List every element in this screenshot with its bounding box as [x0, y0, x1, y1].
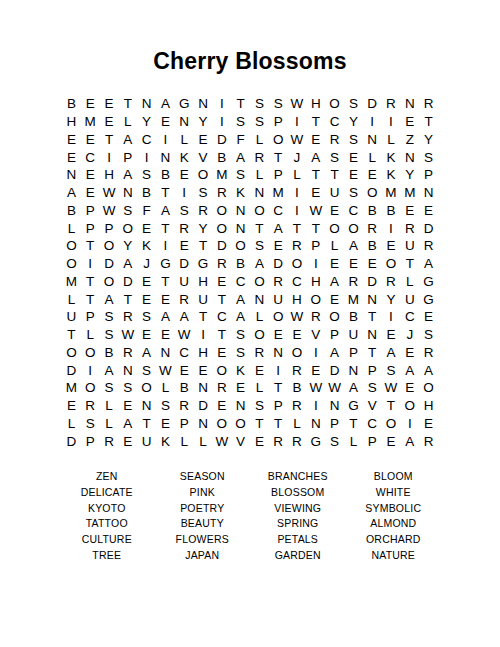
grid-cell[interactable]: D [325, 361, 344, 379]
grid-cell[interactable]: C [344, 202, 363, 220]
grid-cell[interactable]: B [100, 344, 119, 362]
grid-cell[interactable]: R [382, 95, 401, 113]
grid-cell[interactable]: L [363, 148, 382, 166]
grid-cell[interactable]: L [156, 379, 175, 397]
grid-cell[interactable]: P [269, 166, 288, 184]
grid-cell[interactable]: A [100, 361, 119, 379]
grid-cell[interactable]: L [175, 432, 194, 450]
word-list-item[interactable]: PETALS [250, 532, 346, 548]
grid-cell[interactable]: O [62, 237, 81, 255]
grid-cell[interactable]: O [212, 415, 231, 433]
grid-cell[interactable]: E [137, 273, 156, 291]
grid-cell[interactable]: O [100, 237, 119, 255]
grid-cell[interactable]: N [231, 219, 250, 237]
grid-cell[interactable]: T [156, 273, 175, 291]
grid-cell[interactable]: L [81, 326, 100, 344]
grid-cell[interactable]: T [363, 344, 382, 362]
grid-cell[interactable]: O [100, 273, 119, 291]
word-list-item[interactable]: BLOOM [346, 469, 442, 485]
grid-cell[interactable]: L [62, 290, 81, 308]
grid-cell[interactable]: U [269, 290, 288, 308]
grid-cell[interactable]: N [306, 415, 325, 433]
grid-cell[interactable]: O [344, 219, 363, 237]
grid-cell[interactable]: T [325, 166, 344, 184]
grid-cell[interactable]: E [400, 202, 419, 220]
grid-cell[interactable]: T [194, 308, 213, 326]
grid-cell[interactable]: R [288, 397, 307, 415]
grid-cell[interactable]: B [382, 202, 401, 220]
grid-cell[interactable]: E [419, 415, 438, 433]
grid-cell[interactable]: M [62, 273, 81, 291]
grid-cell[interactable]: W [382, 379, 401, 397]
grid-cell[interactable]: T [118, 290, 137, 308]
grid-cell[interactable]: Z [400, 131, 419, 149]
word-list-item[interactable]: DELICATE [59, 485, 155, 501]
grid-cell[interactable]: E [137, 326, 156, 344]
word-list-item[interactable]: POETRY [155, 501, 251, 517]
grid-cell[interactable]: R [81, 397, 100, 415]
grid-cell[interactable]: S [325, 432, 344, 450]
grid-cell[interactable]: S [100, 326, 119, 344]
grid-cell[interactable]: A [419, 361, 438, 379]
grid-cell[interactable]: S [194, 184, 213, 202]
grid-cell[interactable]: O [419, 379, 438, 397]
word-list-item[interactable]: BEAUTY [155, 516, 251, 532]
grid-cell[interactable]: P [118, 148, 137, 166]
grid-cell[interactable]: N [400, 148, 419, 166]
grid-cell[interactable]: R [269, 432, 288, 450]
grid-cell[interactable]: E [306, 184, 325, 202]
grid-cell[interactable]: U [400, 237, 419, 255]
grid-cell[interactable]: E [306, 131, 325, 149]
grid-cell[interactable]: O [62, 255, 81, 273]
grid-cell[interactable]: P [325, 415, 344, 433]
grid-cell[interactable]: R [419, 344, 438, 362]
grid-cell[interactable]: N [194, 95, 213, 113]
grid-cell[interactable]: E [344, 166, 363, 184]
grid-cell[interactable]: W [100, 202, 119, 220]
grid-cell[interactable]: T [306, 219, 325, 237]
grid-cell[interactable]: O [212, 219, 231, 237]
grid-cell[interactable]: D [419, 219, 438, 237]
grid-cell[interactable]: N [325, 397, 344, 415]
grid-cell[interactable]: L [400, 273, 419, 291]
grid-cell[interactable]: E [250, 432, 269, 450]
grid-cell[interactable]: W [100, 184, 119, 202]
grid-cell[interactable]: A [156, 95, 175, 113]
grid-cell[interactable]: E [81, 184, 100, 202]
grid-cell[interactable]: R [194, 202, 213, 220]
grid-cell[interactable]: C [137, 131, 156, 149]
grid-cell[interactable]: G [419, 273, 438, 291]
grid-cell[interactable]: O [194, 166, 213, 184]
grid-cell[interactable]: A [118, 131, 137, 149]
grid-cell[interactable]: U [175, 273, 194, 291]
grid-cell[interactable]: G [419, 290, 438, 308]
grid-cell[interactable]: D [62, 432, 81, 450]
grid-cell[interactable]: O [382, 415, 401, 433]
grid-cell[interactable]: U [194, 290, 213, 308]
grid-cell[interactable]: E [156, 326, 175, 344]
grid-cell[interactable]: R [175, 397, 194, 415]
grid-cell[interactable]: N [156, 148, 175, 166]
word-list-item[interactable]: BRANCHES [250, 469, 346, 485]
grid-cell[interactable]: N [363, 131, 382, 149]
grid-cell[interactable]: A [269, 219, 288, 237]
grid-cell[interactable]: M [62, 379, 81, 397]
grid-cell[interactable]: Y [137, 113, 156, 131]
grid-cell[interactable]: C [175, 344, 194, 362]
grid-cell[interactable]: T [382, 397, 401, 415]
grid-cell[interactable]: I [81, 255, 100, 273]
grid-cell[interactable]: H [288, 290, 307, 308]
grid-cell[interactable]: R [175, 219, 194, 237]
grid-cell[interactable]: N [62, 166, 81, 184]
grid-cell[interactable]: A [137, 344, 156, 362]
grid-cell[interactable]: R [363, 219, 382, 237]
grid-cell[interactable]: T [118, 95, 137, 113]
grid-cell[interactable]: Y [400, 166, 419, 184]
word-list-item[interactable]: KYOTO [59, 501, 155, 517]
grid-cell[interactable]: P [269, 113, 288, 131]
grid-cell[interactable]: N [231, 202, 250, 220]
grid-cell[interactable]: W [212, 432, 231, 450]
grid-cell[interactable]: R [250, 148, 269, 166]
grid-cell[interactable]: W [288, 308, 307, 326]
grid-cell[interactable]: T [269, 379, 288, 397]
grid-cell[interactable]: E [344, 255, 363, 273]
grid-cell[interactable]: O [269, 308, 288, 326]
word-list-item[interactable]: TATTOO [59, 516, 155, 532]
grid-cell[interactable]: W [306, 379, 325, 397]
grid-cell[interactable]: M [382, 184, 401, 202]
grid-cell[interactable]: E [81, 95, 100, 113]
grid-cell[interactable]: E [118, 397, 137, 415]
grid-cell[interactable]: A [250, 255, 269, 273]
grid-cell[interactable]: T [344, 415, 363, 433]
grid-cell[interactable]: D [363, 95, 382, 113]
grid-cell[interactable]: R [400, 219, 419, 237]
grid-cell[interactable]: T [137, 415, 156, 433]
grid-cell[interactable]: H [194, 273, 213, 291]
grid-cell[interactable]: V [194, 148, 213, 166]
grid-cell[interactable]: A [118, 255, 137, 273]
grid-cell[interactable]: B [62, 95, 81, 113]
grid-cell[interactable]: S [250, 397, 269, 415]
grid-cell[interactable]: S [250, 113, 269, 131]
grid-cell[interactable]: R [100, 432, 119, 450]
word-list-item[interactable]: GARDEN [250, 548, 346, 564]
grid-cell[interactable]: E [81, 166, 100, 184]
word-list-item[interactable]: NATURE [346, 548, 442, 564]
grid-cell[interactable]: E [156, 290, 175, 308]
grid-cell[interactable]: W [118, 326, 137, 344]
grid-cell[interactable]: A [175, 308, 194, 326]
grid-cell[interactable]: E [325, 290, 344, 308]
grid-cell[interactable]: P [344, 344, 363, 362]
grid-cell[interactable]: R [288, 361, 307, 379]
grid-cell[interactable]: I [137, 148, 156, 166]
grid-cell[interactable]: E [137, 290, 156, 308]
grid-cell[interactable]: E [62, 397, 81, 415]
grid-cell[interactable]: A [156, 308, 175, 326]
grid-cell[interactable]: I [194, 326, 213, 344]
grid-cell[interactable]: T [306, 166, 325, 184]
grid-cell[interactable]: O [288, 344, 307, 362]
grid-cell[interactable]: O [212, 361, 231, 379]
grid-cell[interactable]: D [100, 255, 119, 273]
grid-cell[interactable]: N [137, 397, 156, 415]
grid-cell[interactable]: T [81, 273, 100, 291]
word-list-item[interactable]: ALMOND [346, 516, 442, 532]
grid-cell[interactable]: E [382, 432, 401, 450]
word-list-item[interactable]: BLOSSOM [250, 485, 346, 501]
grid-cell[interactable]: Y [344, 113, 363, 131]
grid-cell[interactable]: A [231, 308, 250, 326]
grid-cell[interactable]: S [419, 326, 438, 344]
grid-cell[interactable]: C [363, 415, 382, 433]
grid-cell[interactable]: I [400, 415, 419, 433]
grid-cell[interactable]: N [137, 95, 156, 113]
grid-cell[interactable]: O [118, 219, 137, 237]
grid-cell[interactable]: V [363, 397, 382, 415]
grid-cell[interactable]: U [400, 290, 419, 308]
grid-cell[interactable]: N [194, 415, 213, 433]
grid-cell[interactable]: N [269, 344, 288, 362]
grid-cell[interactable]: E [194, 131, 213, 149]
grid-cell[interactable]: K [382, 148, 401, 166]
grid-cell[interactable]: P [363, 361, 382, 379]
grid-cell[interactable]: T [269, 415, 288, 433]
grid-cell[interactable]: O [269, 131, 288, 149]
grid-cell[interactable]: O [325, 219, 344, 237]
grid-cell[interactable]: I [288, 113, 307, 131]
grid-cell[interactable]: B [137, 184, 156, 202]
grid-cell[interactable]: S [118, 379, 137, 397]
grid-cell[interactable]: L [62, 219, 81, 237]
grid-cell[interactable]: L [250, 131, 269, 149]
grid-cell[interactable]: D [118, 273, 137, 291]
grid-cell[interactable]: E [62, 148, 81, 166]
grid-cell[interactable]: W [288, 95, 307, 113]
grid-cell[interactable]: D [212, 131, 231, 149]
grid-cell[interactable]: O [81, 344, 100, 362]
grid-cell[interactable]: O [250, 273, 269, 291]
grid-cell[interactable]: I [212, 113, 231, 131]
grid-cell[interactable]: I [382, 219, 401, 237]
grid-cell[interactable]: N [156, 344, 175, 362]
grid-cell[interactable]: P [175, 415, 194, 433]
grid-cell[interactable]: L [344, 432, 363, 450]
grid-cell[interactable]: U [62, 308, 81, 326]
grid-cell[interactable]: A [306, 148, 325, 166]
grid-cell[interactable]: D [212, 237, 231, 255]
grid-cell[interactable]: E [250, 361, 269, 379]
grid-cell[interactable]: G [156, 255, 175, 273]
grid-cell[interactable]: O [81, 379, 100, 397]
grid-cell[interactable]: P [81, 202, 100, 220]
grid-cell[interactable]: S [100, 308, 119, 326]
grid-cell[interactable]: H [306, 95, 325, 113]
grid-cell[interactable]: A [231, 290, 250, 308]
grid-cell[interactable]: V [306, 326, 325, 344]
grid-cell[interactable]: E [62, 131, 81, 149]
grid-cell[interactable]: L [288, 166, 307, 184]
grid-cell[interactable]: B [212, 148, 231, 166]
grid-cell[interactable]: E [400, 379, 419, 397]
grid-cell[interactable]: U [344, 326, 363, 344]
grid-cell[interactable]: E [288, 326, 307, 344]
grid-cell[interactable]: E [137, 219, 156, 237]
grid-cell[interactable]: T [419, 113, 438, 131]
grid-cell[interactable]: P [100, 219, 119, 237]
grid-cell[interactable]: I [212, 95, 231, 113]
grid-cell[interactable]: W [306, 202, 325, 220]
grid-cell[interactable]: R [118, 344, 137, 362]
grid-cell[interactable]: R [212, 255, 231, 273]
grid-cell[interactable]: N [400, 95, 419, 113]
grid-cell[interactable]: C [231, 273, 250, 291]
grid-cell[interactable]: S [231, 344, 250, 362]
grid-cell[interactable]: E [400, 344, 419, 362]
grid-cell[interactable]: L [100, 415, 119, 433]
grid-cell[interactable]: B [363, 237, 382, 255]
grid-cell[interactable]: I [175, 184, 194, 202]
grid-cell[interactable]: L [100, 397, 119, 415]
grid-cell[interactable]: Y [194, 113, 213, 131]
grid-cell[interactable]: T [231, 95, 250, 113]
grid-cell[interactable]: I [156, 131, 175, 149]
grid-cell[interactable]: O [212, 202, 231, 220]
grid-cell[interactable]: N [363, 326, 382, 344]
grid-cell[interactable]: O [363, 184, 382, 202]
grid-cell[interactable]: B [175, 379, 194, 397]
grid-cell[interactable]: R [288, 432, 307, 450]
grid-cell[interactable]: S [382, 361, 401, 379]
word-list-item[interactable]: WHITE [346, 485, 442, 501]
grid-cell[interactable]: T [400, 255, 419, 273]
grid-cell[interactable]: N [250, 184, 269, 202]
grid-cell[interactable]: S [344, 131, 363, 149]
grid-cell[interactable]: N [344, 361, 363, 379]
grid-cell[interactable]: E [382, 237, 401, 255]
grid-cell[interactable]: N [419, 184, 438, 202]
grid-cell[interactable]: E [100, 113, 119, 131]
grid-cell[interactable]: L [288, 415, 307, 433]
grid-cell[interactable]: E [269, 326, 288, 344]
grid-cell[interactable]: R [212, 379, 231, 397]
grid-cell[interactable]: I [306, 397, 325, 415]
grid-cell[interactable]: T [250, 415, 269, 433]
grid-cell[interactable]: K [156, 432, 175, 450]
grid-cell[interactable]: I [81, 361, 100, 379]
grid-cell[interactable]: E [194, 361, 213, 379]
grid-cell[interactable]: I [306, 255, 325, 273]
grid-cell[interactable]: E [363, 255, 382, 273]
grid-cell[interactable]: K [231, 184, 250, 202]
grid-cell[interactable]: D [175, 255, 194, 273]
grid-cell[interactable]: R [118, 308, 137, 326]
grid-cell[interactable]: O [250, 326, 269, 344]
word-list-item[interactable]: SYMBOLIC [346, 501, 442, 517]
grid-cell[interactable]: O [231, 237, 250, 255]
grid-cell[interactable]: L [250, 379, 269, 397]
grid-cell[interactable]: D [269, 255, 288, 273]
grid-cell[interactable]: S [250, 237, 269, 255]
grid-cell[interactable]: R [288, 237, 307, 255]
grid-cell[interactable]: R [382, 273, 401, 291]
grid-cell[interactable]: E [269, 237, 288, 255]
grid-cell[interactable]: C [81, 148, 100, 166]
grid-cell[interactable]: C [325, 113, 344, 131]
grid-cell[interactable]: F [231, 131, 250, 149]
grid-cell[interactable]: T [81, 237, 100, 255]
grid-cell[interactable]: K [137, 237, 156, 255]
grid-cell[interactable]: S [137, 166, 156, 184]
grid-cell[interactable]: A [62, 184, 81, 202]
grid-cell[interactable]: P [363, 432, 382, 450]
grid-cell[interactable]: S [269, 95, 288, 113]
grid-cell[interactable]: P [306, 237, 325, 255]
grid-cell[interactable]: S [344, 184, 363, 202]
grid-cell[interactable]: H [100, 166, 119, 184]
grid-cell[interactable]: I [306, 344, 325, 362]
grid-cell[interactable]: R [419, 95, 438, 113]
grid-cell[interactable]: T [250, 219, 269, 237]
grid-cell[interactable]: I [269, 361, 288, 379]
grid-cell[interactable]: T [212, 290, 231, 308]
grid-cell[interactable]: U [325, 184, 344, 202]
grid-cell[interactable]: A [382, 344, 401, 362]
grid-cell[interactable]: E [419, 308, 438, 326]
grid-cell[interactable]: G [344, 397, 363, 415]
grid-cell[interactable]: M [344, 290, 363, 308]
grid-cell[interactable]: A [118, 415, 137, 433]
grid-cell[interactable]: W [156, 361, 175, 379]
grid-cell[interactable]: A [325, 344, 344, 362]
grid-cell[interactable]: E [363, 166, 382, 184]
grid-cell[interactable]: A [118, 166, 137, 184]
grid-cell[interactable]: P [419, 166, 438, 184]
grid-cell[interactable]: O [250, 202, 269, 220]
grid-cell[interactable]: E [306, 361, 325, 379]
grid-cell[interactable]: E [382, 326, 401, 344]
grid-cell[interactable]: N [363, 290, 382, 308]
grid-cell[interactable]: I [382, 113, 401, 131]
grid-cell[interactable]: L [250, 166, 269, 184]
grid-cell[interactable]: S [81, 415, 100, 433]
grid-cell[interactable]: W [175, 326, 194, 344]
grid-cell[interactable]: S [175, 202, 194, 220]
grid-cell[interactable]: E [118, 432, 137, 450]
grid-cell[interactable]: S [363, 379, 382, 397]
grid-cell[interactable]: E [156, 113, 175, 131]
grid-cell[interactable]: Y [194, 219, 213, 237]
grid-cell[interactable]: T [288, 219, 307, 237]
word-list-item[interactable]: SEASON [155, 469, 251, 485]
grid-cell[interactable]: E [212, 397, 231, 415]
grid-cell[interactable]: K [175, 148, 194, 166]
word-list-item[interactable]: ZEN [59, 469, 155, 485]
grid-cell[interactable]: E [344, 148, 363, 166]
grid-cell[interactable]: C [400, 308, 419, 326]
grid-cell[interactable]: O [306, 290, 325, 308]
grid-cell[interactable]: L [194, 432, 213, 450]
grid-cell[interactable]: A [231, 148, 250, 166]
grid-cell[interactable]: N [118, 361, 137, 379]
grid-cell[interactable]: G [306, 432, 325, 450]
grid-cell[interactable]: S [419, 148, 438, 166]
